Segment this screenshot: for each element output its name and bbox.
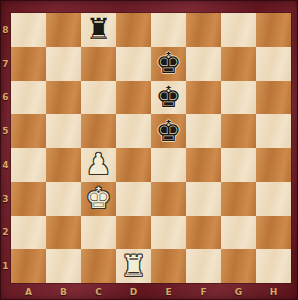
square-f4[interactable]: [186, 148, 221, 182]
square-g6[interactable]: [221, 81, 256, 115]
file-label-h: H: [256, 283, 291, 300]
square-a6[interactable]: [11, 81, 46, 115]
rank-label-6: 6: [0, 81, 11, 115]
black-king-e6[interactable]: ♚: [156, 81, 182, 114]
square-c2[interactable]: [81, 216, 116, 250]
square-b1[interactable]: [46, 249, 81, 283]
square-h7[interactable]: [256, 47, 291, 81]
square-b5[interactable]: [46, 114, 81, 148]
square-d3[interactable]: [116, 182, 151, 216]
black-king-e5[interactable]: ♚: [156, 115, 182, 148]
square-d6[interactable]: [116, 81, 151, 115]
square-d8[interactable]: [116, 13, 151, 47]
square-b4[interactable]: [46, 148, 81, 182]
square-g1[interactable]: [221, 249, 256, 283]
rank-label-2: 2: [0, 216, 11, 250]
white-king-c3[interactable]: ♚: [86, 182, 112, 215]
square-e1[interactable]: [151, 249, 186, 283]
square-g8[interactable]: [221, 13, 256, 47]
rank-label-3: 3: [0, 182, 11, 216]
square-b8[interactable]: [46, 13, 81, 47]
square-g4[interactable]: [221, 148, 256, 182]
square-a8[interactable]: [11, 13, 46, 47]
square-b3[interactable]: [46, 182, 81, 216]
square-f7[interactable]: [186, 47, 221, 81]
rank-label-5: 5: [0, 114, 11, 148]
square-d2[interactable]: [116, 216, 151, 250]
white-pawn-c4[interactable]: ♟: [86, 148, 112, 181]
square-g2[interactable]: [221, 216, 256, 250]
square-a1[interactable]: [11, 249, 46, 283]
square-g5[interactable]: [221, 114, 256, 148]
square-c6[interactable]: [81, 81, 116, 115]
square-c3[interactable]: ♚: [81, 182, 116, 216]
square-b6[interactable]: [46, 81, 81, 115]
rank-label-1: 1: [0, 249, 11, 283]
square-c1[interactable]: [81, 249, 116, 283]
file-label-g: G: [221, 283, 256, 300]
square-h2[interactable]: [256, 216, 291, 250]
square-a4[interactable]: [11, 148, 46, 182]
square-g7[interactable]: [221, 47, 256, 81]
square-b2[interactable]: [46, 216, 81, 250]
square-e5[interactable]: ♚: [151, 114, 186, 148]
square-a2[interactable]: [11, 216, 46, 250]
square-f1[interactable]: [186, 249, 221, 283]
square-c8[interactable]: ♜: [81, 13, 116, 47]
square-c5[interactable]: [81, 114, 116, 148]
file-label-a: A: [11, 283, 46, 300]
square-e4[interactable]: [151, 148, 186, 182]
square-h4[interactable]: [256, 148, 291, 182]
square-h5[interactable]: [256, 114, 291, 148]
square-g3[interactable]: [221, 182, 256, 216]
square-a5[interactable]: [11, 114, 46, 148]
square-h1[interactable]: [256, 249, 291, 283]
chessboard-screenshot: ♜♚♚♚♟♚♜ 87654321 ABCDEFGH: [0, 0, 298, 300]
file-label-d: D: [116, 283, 151, 300]
file-label-c: C: [81, 283, 116, 300]
square-e7[interactable]: ♚: [151, 47, 186, 81]
square-e2[interactable]: [151, 216, 186, 250]
chess-board[interactable]: ♜♚♚♚♟♚♜: [11, 13, 291, 283]
square-e8[interactable]: [151, 13, 186, 47]
black-rook-c8[interactable]: ♜: [86, 13, 112, 46]
square-c7[interactable]: [81, 47, 116, 81]
square-d1[interactable]: ♜: [116, 249, 151, 283]
square-f6[interactable]: [186, 81, 221, 115]
square-d5[interactable]: [116, 114, 151, 148]
square-d4[interactable]: [116, 148, 151, 182]
square-f5[interactable]: [186, 114, 221, 148]
rank-label-8: 8: [0, 13, 11, 47]
white-rook-d1[interactable]: ♜: [121, 250, 147, 283]
rank-label-4: 4: [0, 148, 11, 182]
square-h6[interactable]: [256, 81, 291, 115]
square-b7[interactable]: [46, 47, 81, 81]
square-f8[interactable]: [186, 13, 221, 47]
rank-label-7: 7: [0, 47, 11, 81]
black-king-e7[interactable]: ♚: [156, 47, 182, 80]
square-a3[interactable]: [11, 182, 46, 216]
square-e6[interactable]: ♚: [151, 81, 186, 115]
square-h3[interactable]: [256, 182, 291, 216]
file-label-f: F: [186, 283, 221, 300]
file-label-b: B: [46, 283, 81, 300]
square-f2[interactable]: [186, 216, 221, 250]
file-label-e: E: [151, 283, 186, 300]
square-h8[interactable]: [256, 13, 291, 47]
square-e3[interactable]: [151, 182, 186, 216]
square-f3[interactable]: [186, 182, 221, 216]
square-a7[interactable]: [11, 47, 46, 81]
square-d7[interactable]: [116, 47, 151, 81]
square-c4[interactable]: ♟: [81, 148, 116, 182]
